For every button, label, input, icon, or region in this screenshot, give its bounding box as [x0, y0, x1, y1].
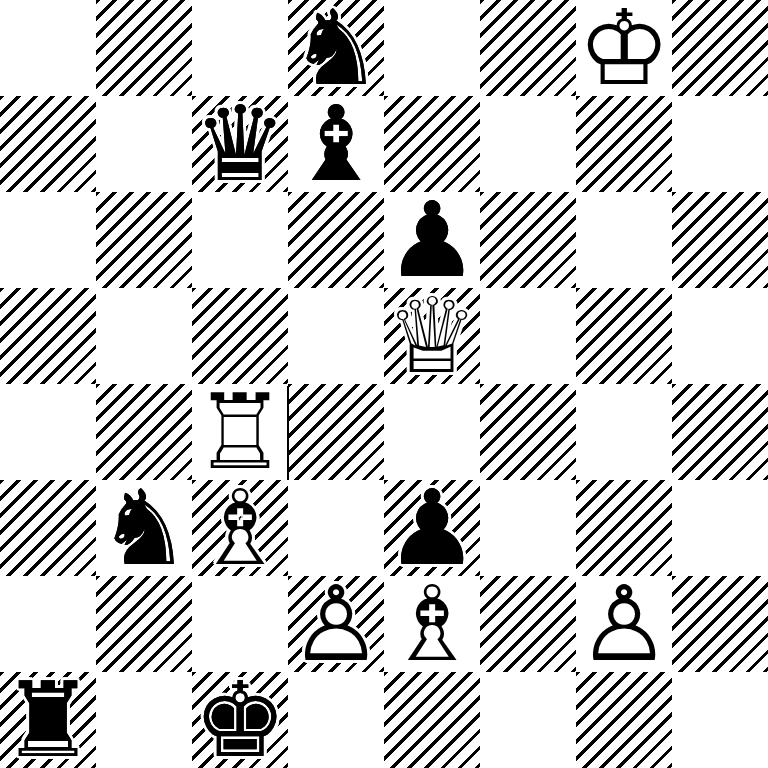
square-c1[interactable]: ♚♚ [192, 672, 288, 768]
piece-fill-layer: ♚ [192, 672, 288, 768]
piece-fill-layer: ♟ [288, 576, 384, 672]
square-h8[interactable] [672, 0, 768, 96]
black-knight[interactable]: ♞♞ [288, 0, 384, 96]
square-h1[interactable] [672, 672, 768, 768]
black-pawn[interactable]: ♟♟ [384, 480, 480, 576]
piece-outline-layer: ♗ [192, 480, 288, 576]
piece-fill-layer: ♝ [384, 576, 480, 672]
square-g2[interactable]: ♟♙ [576, 576, 672, 672]
white-rook[interactable]: ♜♖ [192, 384, 288, 480]
square-g3[interactable] [576, 480, 672, 576]
square-d2[interactable]: ♟♙ [288, 576, 384, 672]
square-e2[interactable]: ♝♗ [384, 576, 480, 672]
white-pawn[interactable]: ♟♙ [576, 576, 672, 672]
square-a5[interactable] [0, 288, 96, 384]
piece-fill-layer: ♟ [384, 480, 480, 576]
piece-fill-layer: ♝ [192, 480, 288, 576]
black-rook[interactable]: ♜♜ [0, 672, 96, 768]
piece-outline-layer: ♗ [384, 576, 480, 672]
square-h4[interactable] [672, 384, 768, 480]
square-b2[interactable] [96, 576, 192, 672]
piece-outline-layer: ♟ [384, 480, 480, 576]
square-e4[interactable] [384, 384, 480, 480]
square-h6[interactable] [672, 192, 768, 288]
piece-fill-layer: ♛ [192, 96, 288, 192]
square-e6[interactable]: ♟♟ [384, 192, 480, 288]
square-d1[interactable] [288, 672, 384, 768]
square-g7[interactable] [576, 96, 672, 192]
white-king[interactable]: ♚♔ [576, 0, 672, 96]
piece-outline-layer: ♞ [288, 0, 384, 96]
white-pawn[interactable]: ♟♙ [288, 576, 384, 672]
white-queen[interactable]: ♛♕ [384, 288, 480, 384]
square-e3[interactable]: ♟♟ [384, 480, 480, 576]
square-e8[interactable] [384, 0, 480, 96]
piece-fill-layer: ♜ [192, 384, 288, 480]
square-c3[interactable]: ♝♗ [192, 480, 288, 576]
square-f1[interactable] [480, 672, 576, 768]
square-d8[interactable]: ♞♞ [288, 0, 384, 96]
piece-fill-layer: ♝ [288, 96, 384, 192]
square-e7[interactable] [384, 96, 480, 192]
piece-fill-layer: ♟ [384, 192, 480, 288]
square-b6[interactable] [96, 192, 192, 288]
square-d4[interactable] [288, 384, 384, 480]
piece-outline-layer: ♛ [192, 96, 288, 192]
piece-fill-layer: ♛ [384, 288, 480, 384]
piece-fill-layer: ♚ [576, 0, 672, 96]
square-g1[interactable] [576, 672, 672, 768]
square-a6[interactable] [0, 192, 96, 288]
square-c2[interactable] [192, 576, 288, 672]
black-knight[interactable]: ♞♞ [96, 480, 192, 576]
square-h5[interactable] [672, 288, 768, 384]
black-pawn[interactable]: ♟♟ [384, 192, 480, 288]
piece-outline-layer: ♔ [576, 0, 672, 96]
piece-outline-layer: ♕ [384, 288, 480, 384]
square-a7[interactable] [0, 96, 96, 192]
piece-fill-layer: ♟ [576, 576, 672, 672]
square-b3[interactable]: ♞♞ [96, 480, 192, 576]
square-f2[interactable] [480, 576, 576, 672]
piece-fill-layer: ♞ [288, 0, 384, 96]
black-king[interactable]: ♚♚ [192, 672, 288, 768]
piece-fill-layer: ♞ [96, 480, 192, 576]
piece-outline-layer: ♜ [0, 672, 96, 768]
square-c6[interactable] [192, 192, 288, 288]
piece-outline-layer: ♖ [192, 384, 288, 480]
square-b8[interactable] [96, 0, 192, 96]
piece-outline-layer: ♙ [576, 576, 672, 672]
square-h2[interactable] [672, 576, 768, 672]
black-bishop[interactable]: ♝♝ [288, 96, 384, 192]
square-a1[interactable]: ♜♜ [0, 672, 96, 768]
square-e1[interactable] [384, 672, 480, 768]
piece-outline-layer: ♙ [288, 576, 384, 672]
square-d6[interactable] [288, 192, 384, 288]
square-c4[interactable]: ♜♖ [192, 384, 288, 480]
square-h3[interactable] [672, 480, 768, 576]
square-c5[interactable] [192, 288, 288, 384]
piece-outline-layer: ♞ [96, 480, 192, 576]
square-c7[interactable]: ♛♛ [192, 96, 288, 192]
square-a3[interactable] [0, 480, 96, 576]
square-b7[interactable] [96, 96, 192, 192]
square-f7[interactable] [480, 96, 576, 192]
square-g6[interactable] [576, 192, 672, 288]
square-d5[interactable] [288, 288, 384, 384]
square-c8[interactable] [192, 0, 288, 96]
square-b5[interactable] [96, 288, 192, 384]
piece-outline-layer: ♚ [192, 672, 288, 768]
square-d7[interactable]: ♝♝ [288, 96, 384, 192]
square-h7[interactable] [672, 96, 768, 192]
square-g4[interactable] [576, 384, 672, 480]
piece-outline-layer: ♟ [384, 192, 480, 288]
square-f4[interactable] [480, 384, 576, 480]
square-b4[interactable] [96, 384, 192, 480]
square-b1[interactable] [96, 672, 192, 768]
square-d3[interactable] [288, 480, 384, 576]
black-queen[interactable]: ♛♛ [192, 96, 288, 192]
square-g8[interactable]: ♚♔ [576, 0, 672, 96]
square-g5[interactable] [576, 288, 672, 384]
square-f3[interactable] [480, 480, 576, 576]
square-f5[interactable] [480, 288, 576, 384]
chess-board: ♞♞♚♔♛♛♝♝♟♟♛♕♜♖♞♞♝♗♟♟♟♙♝♗♟♙♜♜♚♚ [0, 0, 768, 768]
square-e5[interactable]: ♛♕ [384, 288, 480, 384]
square-a4[interactable] [0, 384, 96, 480]
piece-fill-layer: ♜ [0, 672, 96, 768]
white-bishop[interactable]: ♝♗ [192, 480, 288, 576]
square-a8[interactable] [0, 0, 96, 96]
piece-outline-layer: ♝ [288, 96, 384, 192]
square-f8[interactable] [480, 0, 576, 96]
white-bishop[interactable]: ♝♗ [384, 576, 480, 672]
square-f6[interactable] [480, 192, 576, 288]
square-a2[interactable] [0, 576, 96, 672]
